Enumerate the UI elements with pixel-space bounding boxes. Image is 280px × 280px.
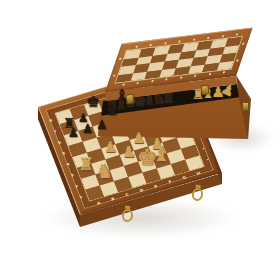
chess-piece-dark-pawn: ♟ [82,124,93,137]
chess-piece-light-pawn: ♟ [122,146,136,161]
chess-piece-dark-bishop: ♝ [116,88,128,102]
chess-piece-light-knight: ♞ [96,161,114,181]
chess-piece-dark-pawn: ♟ [96,119,107,132]
chess-piece-dark-pawn: ♟ [68,128,79,141]
pieces-layer: ♚♝♜♟♞♟♟♟♟♟♜♟♟♞♚♝ [0,0,280,280]
chess-piece-dark-king: ♚ [86,95,100,111]
chess-piece-light-rook: ♜ [78,157,94,174]
chess-piece-light-bishop: ♝ [153,144,171,164]
chess-piece-light-pawn: ♟ [104,140,117,154]
chess-set-photo: ABCDEFGH 87654321 ♜♝♛♚♝♞♜♜♝♟♟ ♚♝♜♟♞♟♟♟♟♟… [0,0,280,280]
chess-piece-dark-knight: ♞ [105,103,118,117]
